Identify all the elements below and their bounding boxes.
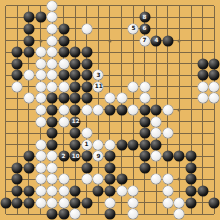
intersection[interactable] [208,208,220,220]
intersection[interactable] [104,208,116,220]
intersection[interactable] [174,151,186,163]
intersection[interactable] [35,23,47,35]
intersection[interactable] [35,0,47,12]
intersection[interactable] [0,208,12,220]
intersection[interactable] [93,174,105,186]
intersection[interactable] [151,185,163,197]
intersection[interactable] [197,69,209,81]
intersection[interactable]: 2 [58,151,70,163]
intersection[interactable] [116,46,128,58]
intersection[interactable] [197,46,209,58]
intersection[interactable] [81,162,93,174]
intersection[interactable] [162,46,174,58]
intersection[interactable] [69,185,81,197]
intersection[interactable] [58,0,70,12]
intersection[interactable] [12,23,24,35]
intersection[interactable] [139,139,151,151]
intersection[interactable] [127,12,139,24]
intersection[interactable] [69,162,81,174]
intersection[interactable] [208,46,220,58]
intersection[interactable] [12,58,24,70]
intersection[interactable] [69,69,81,81]
intersection[interactable] [58,58,70,70]
intersection[interactable] [162,93,174,105]
intersection[interactable] [197,81,209,93]
intersection[interactable] [69,197,81,209]
intersection[interactable] [0,69,12,81]
intersection[interactable] [127,151,139,163]
intersection[interactable] [35,46,47,58]
intersection[interactable] [139,162,151,174]
intersection[interactable] [81,69,93,81]
intersection[interactable] [151,69,163,81]
intersection[interactable] [197,0,209,12]
intersection[interactable] [127,58,139,70]
intersection[interactable] [139,81,151,93]
intersection[interactable] [185,139,197,151]
intersection[interactable] [208,139,220,151]
intersection[interactable] [35,116,47,128]
intersection[interactable] [174,58,186,70]
intersection[interactable] [151,46,163,58]
intersection[interactable] [139,151,151,163]
intersection[interactable] [81,116,93,128]
intersection[interactable]: 12 [69,116,81,128]
intersection[interactable] [93,162,105,174]
intersection[interactable] [58,174,70,186]
intersection[interactable] [162,69,174,81]
intersection[interactable] [35,208,47,220]
intersection[interactable] [23,23,35,35]
intersection[interactable] [127,116,139,128]
intersection[interactable] [162,139,174,151]
intersection[interactable] [12,208,24,220]
intersection[interactable] [69,58,81,70]
intersection[interactable] [162,174,174,186]
intersection[interactable] [174,208,186,220]
intersection[interactable] [116,185,128,197]
intersection[interactable] [81,151,93,163]
intersection[interactable] [151,58,163,70]
intersection[interactable] [208,197,220,209]
intersection[interactable] [116,174,128,186]
intersection[interactable] [185,151,197,163]
intersection[interactable] [116,58,128,70]
intersection[interactable] [0,81,12,93]
intersection[interactable] [93,127,105,139]
intersection[interactable] [185,162,197,174]
intersection[interactable] [93,104,105,116]
intersection[interactable] [127,69,139,81]
intersection[interactable] [104,0,116,12]
intersection[interactable] [0,23,12,35]
intersection[interactable] [46,12,58,24]
intersection[interactable] [127,46,139,58]
intersection[interactable] [46,46,58,58]
intersection[interactable] [35,93,47,105]
intersection[interactable] [104,23,116,35]
intersection[interactable] [0,93,12,105]
intersection[interactable] [23,58,35,70]
intersection[interactable] [104,127,116,139]
intersection[interactable] [185,12,197,24]
intersection[interactable] [35,162,47,174]
intersection[interactable] [46,116,58,128]
intersection[interactable] [185,174,197,186]
intersection[interactable] [174,12,186,24]
intersection[interactable] [69,104,81,116]
intersection[interactable] [69,46,81,58]
intersection[interactable] [162,23,174,35]
intersection[interactable] [116,35,128,47]
intersection[interactable] [174,81,186,93]
intersection[interactable] [0,185,12,197]
intersection[interactable] [208,0,220,12]
intersection[interactable] [104,81,116,93]
intersection[interactable] [35,81,47,93]
intersection[interactable] [58,116,70,128]
intersection[interactable] [162,197,174,209]
intersection[interactable] [81,12,93,24]
intersection[interactable] [162,208,174,220]
intersection[interactable] [69,139,81,151]
intersection[interactable] [23,104,35,116]
intersection[interactable] [81,127,93,139]
intersection[interactable] [35,35,47,47]
intersection[interactable] [23,35,35,47]
intersection[interactable] [197,174,209,186]
intersection[interactable] [197,162,209,174]
intersection[interactable] [162,81,174,93]
intersection[interactable] [104,93,116,105]
intersection[interactable] [46,58,58,70]
intersection[interactable] [0,116,12,128]
intersection[interactable] [12,12,24,24]
intersection[interactable] [0,46,12,58]
intersection[interactable] [12,174,24,186]
intersection[interactable] [162,151,174,163]
intersection[interactable] [46,208,58,220]
intersection[interactable] [116,208,128,220]
intersection[interactable] [46,93,58,105]
intersection[interactable] [185,0,197,12]
intersection[interactable] [116,81,128,93]
intersection[interactable] [58,69,70,81]
intersection[interactable] [104,104,116,116]
intersection[interactable]: 9 [93,151,105,163]
intersection[interactable] [139,185,151,197]
intersection[interactable] [185,23,197,35]
intersection[interactable] [46,162,58,174]
intersection[interactable] [151,81,163,93]
intersection[interactable] [151,0,163,12]
intersection[interactable] [69,35,81,47]
intersection[interactable] [127,185,139,197]
intersection[interactable] [162,116,174,128]
intersection[interactable] [58,139,70,151]
intersection[interactable] [0,0,12,12]
intersection[interactable] [151,93,163,105]
intersection[interactable] [58,81,70,93]
intersection[interactable] [208,69,220,81]
intersection[interactable] [69,208,81,220]
intersection[interactable] [12,151,24,163]
intersection[interactable] [185,81,197,93]
intersection[interactable] [46,35,58,47]
intersection[interactable] [127,81,139,93]
intersection[interactable] [197,93,209,105]
intersection[interactable] [35,69,47,81]
intersection[interactable] [116,23,128,35]
intersection[interactable] [185,208,197,220]
intersection[interactable] [35,127,47,139]
intersection[interactable] [127,139,139,151]
intersection[interactable] [116,0,128,12]
intersection[interactable] [12,116,24,128]
intersection[interactable] [35,197,47,209]
intersection[interactable] [35,151,47,163]
intersection[interactable] [104,151,116,163]
intersection[interactable] [81,174,93,186]
intersection[interactable] [23,185,35,197]
intersection[interactable] [81,197,93,209]
intersection[interactable] [151,151,163,163]
intersection[interactable] [69,127,81,139]
intersection[interactable] [185,58,197,70]
intersection[interactable] [208,151,220,163]
intersection[interactable] [104,35,116,47]
intersection[interactable] [185,116,197,128]
intersection[interactable] [116,104,128,116]
intersection[interactable] [139,93,151,105]
intersection[interactable] [174,0,186,12]
intersection[interactable] [197,197,209,209]
intersection[interactable] [23,151,35,163]
intersection[interactable] [197,185,209,197]
intersection[interactable] [208,35,220,47]
intersection[interactable] [174,93,186,105]
intersection[interactable] [116,116,128,128]
intersection[interactable] [104,69,116,81]
intersection[interactable] [174,127,186,139]
intersection[interactable] [197,35,209,47]
intersection[interactable] [197,116,209,128]
intersection[interactable] [151,127,163,139]
intersection[interactable] [23,93,35,105]
intersection[interactable] [93,185,105,197]
intersection[interactable] [208,81,220,93]
intersection[interactable] [46,81,58,93]
intersection[interactable] [151,174,163,186]
intersection[interactable] [185,197,197,209]
intersection[interactable] [139,127,151,139]
intersection[interactable] [0,104,12,116]
intersection[interactable] [93,116,105,128]
intersection[interactable] [69,0,81,12]
intersection[interactable] [58,208,70,220]
intersection[interactable] [46,151,58,163]
intersection[interactable] [208,174,220,186]
intersection[interactable] [12,93,24,105]
intersection[interactable] [127,197,139,209]
intersection[interactable] [81,104,93,116]
intersection[interactable] [208,58,220,70]
intersection[interactable] [174,197,186,209]
intersection[interactable] [116,69,128,81]
intersection[interactable] [23,0,35,12]
intersection[interactable] [162,127,174,139]
intersection[interactable] [58,23,70,35]
intersection[interactable] [185,93,197,105]
intersection[interactable] [69,174,81,186]
intersection[interactable] [208,93,220,105]
intersection[interactable] [208,162,220,174]
intersection[interactable] [116,12,128,24]
intersection[interactable] [81,0,93,12]
intersection[interactable] [116,139,128,151]
intersection[interactable] [162,12,174,24]
intersection[interactable] [197,139,209,151]
intersection[interactable] [104,139,116,151]
intersection[interactable] [23,81,35,93]
intersection[interactable] [35,104,47,116]
intersection[interactable] [69,12,81,24]
intersection[interactable] [208,12,220,24]
intersection[interactable] [162,185,174,197]
intersection[interactable] [162,0,174,12]
intersection[interactable] [139,58,151,70]
intersection[interactable] [197,127,209,139]
intersection[interactable]: 8 [139,12,151,24]
intersection[interactable]: 1 [81,139,93,151]
intersection[interactable] [58,127,70,139]
intersection[interactable] [139,116,151,128]
intersection[interactable] [0,174,12,186]
intersection[interactable] [46,174,58,186]
intersection[interactable] [46,197,58,209]
intersection[interactable] [81,208,93,220]
intersection[interactable] [197,12,209,24]
intersection[interactable] [12,127,24,139]
intersection[interactable] [174,35,186,47]
intersection[interactable] [139,197,151,209]
intersection[interactable] [93,58,105,70]
intersection[interactable] [81,35,93,47]
intersection[interactable] [58,12,70,24]
intersection[interactable] [46,0,58,12]
intersection[interactable] [12,46,24,58]
intersection[interactable] [116,162,128,174]
intersection[interactable] [0,139,12,151]
intersection[interactable] [197,58,209,70]
intersection[interactable] [12,197,24,209]
intersection[interactable] [151,139,163,151]
intersection[interactable] [23,69,35,81]
intersection[interactable] [81,46,93,58]
intersection[interactable] [151,162,163,174]
intersection[interactable] [185,69,197,81]
intersection[interactable] [185,35,197,47]
intersection[interactable] [81,58,93,70]
intersection[interactable] [151,104,163,116]
intersection[interactable] [185,185,197,197]
intersection[interactable] [58,162,70,174]
intersection[interactable] [127,35,139,47]
intersection[interactable] [69,93,81,105]
intersection[interactable] [127,0,139,12]
intersection[interactable] [35,185,47,197]
intersection[interactable] [104,46,116,58]
intersection[interactable] [46,127,58,139]
intersection[interactable] [12,139,24,151]
intersection[interactable] [23,127,35,139]
intersection[interactable] [139,69,151,81]
intersection[interactable] [58,185,70,197]
intersection[interactable] [208,185,220,197]
intersection[interactable] [35,139,47,151]
intersection[interactable] [12,162,24,174]
intersection[interactable] [127,174,139,186]
intersection[interactable] [81,185,93,197]
intersection[interactable] [93,208,105,220]
intersection[interactable] [35,174,47,186]
intersection[interactable] [46,139,58,151]
intersection[interactable] [208,23,220,35]
intersection[interactable]: 11 [93,81,105,93]
intersection[interactable] [93,23,105,35]
intersection[interactable] [208,127,220,139]
intersection[interactable] [162,58,174,70]
intersection[interactable] [104,174,116,186]
intersection[interactable] [208,116,220,128]
intersection[interactable] [23,197,35,209]
intersection[interactable] [81,23,93,35]
intersection[interactable] [93,46,105,58]
intersection[interactable] [93,139,105,151]
intersection[interactable] [104,197,116,209]
intersection[interactable] [185,127,197,139]
intersection[interactable] [151,116,163,128]
intersection[interactable] [93,12,105,24]
intersection[interactable]: 3 [93,69,105,81]
intersection[interactable] [58,35,70,47]
intersection[interactable] [93,93,105,105]
intersection[interactable] [127,127,139,139]
intersection[interactable]: 10 [69,151,81,163]
intersection[interactable] [46,23,58,35]
intersection[interactable] [139,0,151,12]
intersection[interactable] [81,81,93,93]
intersection[interactable] [12,185,24,197]
intersection[interactable] [23,174,35,186]
intersection[interactable] [197,151,209,163]
intersection[interactable] [197,208,209,220]
intersection[interactable] [151,12,163,24]
intersection[interactable] [104,116,116,128]
intersection[interactable] [0,35,12,47]
intersection[interactable] [0,197,12,209]
intersection[interactable] [127,162,139,174]
intersection[interactable] [185,104,197,116]
intersection[interactable] [174,116,186,128]
intersection[interactable] [151,208,163,220]
intersection[interactable] [58,93,70,105]
intersection[interactable] [162,35,174,47]
intersection[interactable] [104,12,116,24]
intersection[interactable] [69,23,81,35]
intersection[interactable] [69,81,81,93]
intersection[interactable] [46,69,58,81]
